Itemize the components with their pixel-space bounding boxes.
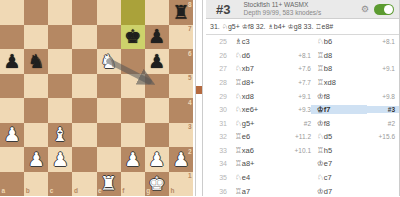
square-e8[interactable] (97, 0, 121, 25)
white-move[interactable]: ♖e6 (227, 132, 283, 141)
square-f8[interactable] (121, 0, 145, 25)
chess-analysis-app: 8♜♚♟7♟♞♞♟654♟♝3♟♟♟♟2♟abcde♜fg♚h1 #3 Stoc… (0, 0, 400, 196)
file-label-h: h (170, 188, 174, 195)
square-f6[interactable] (121, 49, 145, 74)
black-move[interactable]: ♖d8 (311, 51, 367, 60)
square-h5[interactable]: 5 (169, 74, 193, 99)
white-move[interactable]: ♘xe6+ (227, 105, 283, 114)
black-eval-text: #2 (388, 120, 395, 127)
black-move-text: ♔d7 (317, 187, 332, 196)
square-b5[interactable] (24, 74, 48, 99)
engine-info: Stockfish 11+ WASMX Depth 99/99, 583 kno… (243, 1, 321, 17)
black-move[interactable]: ♘c7 (311, 173, 367, 182)
white-move-text: ♘e4 (235, 173, 250, 182)
white-pawn[interactable]: ♟ (145, 147, 169, 172)
square-b2[interactable]: ♟ (24, 147, 48, 172)
pv-text: 31. ♘g5+ ♔f8 32. ♗b4+ ♔g8 33. ♖e8# (210, 23, 333, 31)
black-eval: #2 (367, 120, 399, 127)
move-row-30: 30♘xe6++9.3♔f7#3 (206, 103, 399, 117)
white-eval-text: +9.1 (298, 93, 311, 100)
black-move-text: ♔f8 (317, 92, 330, 101)
white-eval: +7.6 (283, 65, 311, 72)
white-move[interactable]: ♖a7 (227, 187, 283, 196)
toggle-knob (384, 5, 393, 14)
move-row-31: 31♘g5+#2♔f8#2 (206, 116, 399, 130)
move-number: 25 (206, 38, 227, 45)
move-number-text: 35 (219, 174, 227, 181)
black-move[interactable]: ♘d5 (311, 132, 367, 141)
move-row-25: 25♗c3♘b6+8.1 (206, 35, 399, 49)
black-eval-text: #3 (388, 106, 395, 113)
square-d7[interactable] (72, 25, 96, 50)
black-move-text: ♘d5 (317, 132, 332, 141)
black-move[interactable]: ♘b6 (311, 37, 367, 46)
white-move[interactable]: ♖xa6 (227, 146, 283, 155)
white-move-text: ♘g5+ (235, 119, 254, 128)
square-a4[interactable] (0, 98, 24, 123)
move-number: 30 (206, 106, 227, 113)
square-d3[interactable] (72, 123, 96, 148)
square-f2[interactable]: ♟ (121, 147, 145, 172)
black-move-text: ♖b8 (317, 64, 332, 73)
black-rook[interactable]: ♜ (169, 0, 193, 25)
square-a1[interactable]: a (0, 172, 24, 197)
black-eval: +9.1 (367, 65, 399, 72)
square-e1[interactable]: e♜ (97, 172, 121, 197)
black-move[interactable]: ♔f8 (311, 119, 367, 128)
scrollbar-track-border (202, 0, 203, 196)
move-number-text: 28 (219, 79, 227, 86)
white-eval-text: #2 (304, 120, 311, 127)
white-eval: +9.1 (283, 93, 311, 100)
analysis-panel: #3 Stockfish 11+ WASMX Depth 99/99, 583 … (206, 0, 400, 196)
white-eval: #2 (283, 120, 311, 127)
white-move[interactable]: ♖a8+ (227, 159, 283, 168)
square-e3[interactable] (97, 123, 121, 148)
black-knight[interactable]: ♞ (24, 49, 48, 74)
move-number-text: 34 (219, 160, 227, 167)
white-move[interactable]: ♘xb7 (227, 64, 283, 73)
white-pawn[interactable]: ♟ (48, 147, 72, 172)
square-a7[interactable] (0, 25, 24, 50)
black-eval: +15.6 (367, 133, 399, 140)
square-h4[interactable]: 4 (169, 98, 193, 123)
move-row-35: 35♘e4♘c7 (206, 171, 399, 185)
square-c5[interactable] (48, 74, 72, 99)
black-eval: +9.8 (367, 93, 399, 100)
white-move-text: ♘xd8 (235, 92, 254, 101)
white-move-text: ♖a7 (235, 187, 250, 196)
square-c8[interactable] (48, 0, 72, 25)
principal-variation[interactable]: 31. ♘g5+ ♔f8 32. ♗b4+ ♔g8 33. ♖e8# (206, 19, 399, 35)
square-g7[interactable]: ♟ (145, 25, 169, 50)
file-label-b: b (26, 188, 30, 195)
white-eval-text: +7.6 (298, 65, 311, 72)
board-grid: 8♜♚♟7♟♞♞♟654♟♝3♟♟♟♟2♟abcde♜fg♚h1 (0, 0, 193, 196)
move-row-32: 32♖e6+11.2♘d5+15.6 (206, 130, 399, 144)
square-g2[interactable]: ♟ (145, 147, 169, 172)
square-b6[interactable]: ♞ (24, 49, 48, 74)
square-d2[interactable] (72, 147, 96, 172)
square-c1[interactable]: c (48, 172, 72, 197)
move-number-text: 25 (219, 38, 227, 45)
white-move-text: ♖a8+ (235, 159, 254, 168)
move-number: 33 (206, 147, 227, 154)
white-move-text: ♘d6 (235, 51, 250, 60)
black-move-text: ♖h5 (317, 146, 332, 155)
black-eval-text: +15.6 (379, 133, 395, 140)
move-number-text: 27 (219, 65, 227, 72)
file-label-d: d (74, 188, 78, 195)
square-a5[interactable] (0, 74, 24, 99)
move-number: 36 (206, 188, 227, 195)
white-king[interactable]: ♚ (145, 172, 169, 197)
black-move-text: ♘b6 (317, 37, 332, 46)
square-b4[interactable] (24, 98, 48, 123)
black-king[interactable]: ♚ (121, 25, 145, 50)
move-number: 31 (206, 120, 227, 127)
white-move-text: ♘xb7 (235, 64, 254, 73)
move-number: 27 (206, 65, 227, 72)
scrollbar-thumb[interactable] (196, 86, 202, 94)
engine-header: #3 Stockfish 11+ WASMX Depth 99/99, 583 … (206, 0, 399, 19)
square-g4[interactable] (145, 98, 169, 123)
black-move[interactable]: ♖xd8 (311, 78, 367, 87)
move-number-text: 32 (219, 133, 227, 140)
square-e2[interactable] (97, 147, 121, 172)
white-eval: +7.7 (283, 79, 311, 86)
black-move[interactable]: ♖b8 (311, 64, 367, 73)
move-number-text: 30 (219, 106, 227, 113)
engine-toggle[interactable] (374, 4, 394, 15)
white-pawn[interactable]: ♟ (0, 123, 24, 148)
move-number: 34 (206, 160, 227, 167)
square-d4[interactable] (72, 98, 96, 123)
square-a8[interactable] (0, 0, 24, 25)
white-eval: +8.1 (283, 52, 311, 59)
square-d8[interactable] (72, 0, 96, 25)
square-a3[interactable]: ♟ (0, 123, 24, 148)
black-eval-text: +8.1 (382, 38, 395, 45)
white-move-text: ♖xa6 (235, 146, 254, 155)
white-rook[interactable]: ♜ (97, 172, 121, 197)
square-c2[interactable]: ♟ (48, 147, 72, 172)
square-h2[interactable]: 2♟ (169, 147, 193, 172)
square-e7[interactable] (97, 25, 121, 50)
black-eval: #3 (367, 106, 399, 113)
square-g3[interactable] (145, 123, 169, 148)
rank-label-3: 3 (188, 124, 192, 131)
square-e5[interactable] (97, 74, 121, 99)
move-row-26: 26♘d6+8.1♖d8 (206, 49, 399, 63)
square-b8[interactable] (24, 0, 48, 25)
white-move[interactable]: ♘d6 (227, 51, 283, 60)
rank-label-6: 6 (188, 51, 192, 58)
black-move[interactable]: ♔d7 (311, 187, 367, 196)
white-move-text: ♖e6 (235, 132, 250, 141)
square-a6[interactable]: ♟ (0, 49, 24, 74)
black-move-text: ♖xd8 (317, 78, 336, 87)
square-h3[interactable]: 3 (169, 123, 193, 148)
white-move[interactable]: ♖d8+ (227, 78, 283, 87)
black-move-text: ♔f7 (317, 105, 330, 114)
black-pawn[interactable]: ♟ (145, 49, 169, 74)
white-pawn[interactable]: ♟ (169, 147, 193, 172)
square-g1[interactable]: g♚ (145, 172, 169, 197)
white-eval-text: +9.3 (298, 106, 311, 113)
white-pawn[interactable]: ♟ (24, 147, 48, 172)
white-eval-text: +11.2 (295, 133, 311, 140)
white-move-text: ♘xe6+ (235, 105, 258, 114)
square-e4[interactable] (97, 98, 121, 123)
square-h1[interactable]: h1 (169, 172, 193, 197)
black-eval-text: +9.1 (382, 65, 395, 72)
black-pawn[interactable]: ♟ (145, 25, 169, 50)
move-number: 28 (206, 79, 227, 86)
square-e6[interactable]: ♞ (97, 49, 121, 74)
black-move-text: ♖d8 (317, 51, 332, 60)
white-move[interactable]: ♘xd8 (227, 92, 283, 101)
file-label-f: f (122, 188, 124, 195)
white-eval: +11.2 (283, 133, 311, 140)
move-row-34: 34♖a8+♔e7 (206, 157, 399, 171)
square-h7[interactable]: 7 (169, 25, 193, 50)
square-c6[interactable] (48, 49, 72, 74)
engine-eval: #3 (216, 2, 230, 17)
movelist-scrollbar (193, 0, 206, 196)
square-d6[interactable] (72, 49, 96, 74)
black-move-text: ♔e7 (317, 159, 332, 168)
black-pawn[interactable]: ♟ (0, 49, 24, 74)
white-move-text: ♖d8+ (235, 78, 254, 87)
black-move[interactable]: ♖h5 (311, 146, 367, 155)
square-g8[interactable] (145, 0, 169, 25)
square-c3[interactable]: ♝ (48, 123, 72, 148)
scrollbar-track-border (195, 0, 196, 196)
white-eval: +10.1 (283, 147, 311, 154)
black-move[interactable]: ♔f8 (311, 92, 367, 101)
square-b1[interactable]: b (24, 172, 48, 197)
square-b7[interactable] (24, 25, 48, 50)
white-move-text: ♗c3 (235, 37, 250, 46)
square-f3[interactable] (121, 123, 145, 148)
engine-depth: Depth 99/99, 583 knodes/s (243, 9, 321, 17)
move-number-text: 33 (219, 147, 227, 154)
chess-board: 8♜♚♟7♟♞♞♟654♟♝3♟♟♟♟2♟abcde♜fg♚h1 (0, 0, 193, 196)
square-b3[interactable] (24, 123, 48, 148)
move-list: 25♗c3♘b6+8.126♘d6+8.1♖d827♘xb7+7.6♖b8+9.… (206, 35, 399, 196)
white-eval-text: +7.7 (298, 79, 311, 86)
square-g6[interactable]: ♟ (145, 49, 169, 74)
move-number-text: 31 (219, 120, 227, 127)
black-move-text: ♔f8 (317, 119, 330, 128)
white-eval-text: +8.1 (298, 52, 311, 59)
square-d1[interactable]: d (72, 172, 96, 197)
file-label-a: a (2, 188, 6, 195)
move-row-27: 27♘xb7+7.6♖b8+9.1 (206, 62, 399, 76)
move-number-text: 36 (219, 188, 227, 195)
move-row-36: 36♖a7♔d7 (206, 184, 399, 196)
square-f5[interactable] (121, 74, 145, 99)
move-row-33: 33♖xa6+10.1♖h5 (206, 144, 399, 158)
rank-label-4: 4 (188, 100, 192, 107)
square-h8[interactable]: 8♜ (169, 0, 193, 25)
white-eval-text: +10.1 (295, 147, 311, 154)
square-d5[interactable] (72, 74, 96, 99)
move-number: 29 (206, 93, 227, 100)
square-h6[interactable]: 6 (169, 49, 193, 74)
square-f4[interactable] (121, 98, 145, 123)
black-move[interactable]: ♔f7 (311, 105, 367, 114)
black-move-text: ♘c7 (317, 173, 332, 182)
move-number: 26 (206, 52, 227, 59)
white-knight[interactable]: ♞ (97, 49, 121, 74)
square-g5[interactable] (145, 74, 169, 99)
black-move[interactable]: ♔e7 (311, 159, 367, 168)
white-eval: +9.3 (283, 106, 311, 113)
white-move[interactable]: ♘g5+ (227, 119, 283, 128)
black-eval: +8.1 (367, 38, 399, 45)
gear-icon[interactable]: ⚙ (361, 5, 369, 14)
white-move[interactable]: ♘e4 (227, 173, 283, 182)
square-f1[interactable]: f (121, 172, 145, 197)
rank-label-7: 7 (188, 26, 192, 33)
move-number: 32 (206, 133, 227, 140)
square-a2[interactable] (0, 147, 24, 172)
rank-label-5: 5 (188, 75, 192, 82)
white-pawn[interactable]: ♟ (121, 147, 145, 172)
square-c7[interactable] (48, 25, 72, 50)
file-label-c: c (50, 188, 54, 195)
square-c4[interactable] (48, 98, 72, 123)
white-bishop[interactable]: ♝ (48, 123, 72, 148)
move-number: 35 (206, 174, 227, 181)
rank-label-1: 1 (188, 173, 192, 180)
move-row-28: 28♖d8++7.7♖xd8 (206, 76, 399, 90)
black-eval-text: +9.8 (382, 93, 395, 100)
move-number-text: 26 (219, 52, 227, 59)
move-number-text: 29 (219, 93, 227, 100)
white-move[interactable]: ♗c3 (227, 37, 283, 46)
engine-name: Stockfish 11+ WASMX (243, 1, 321, 9)
square-f7[interactable]: ♚ (121, 25, 145, 50)
move-row-29: 29♘xd8+9.1♔f8+9.8 (206, 89, 399, 103)
